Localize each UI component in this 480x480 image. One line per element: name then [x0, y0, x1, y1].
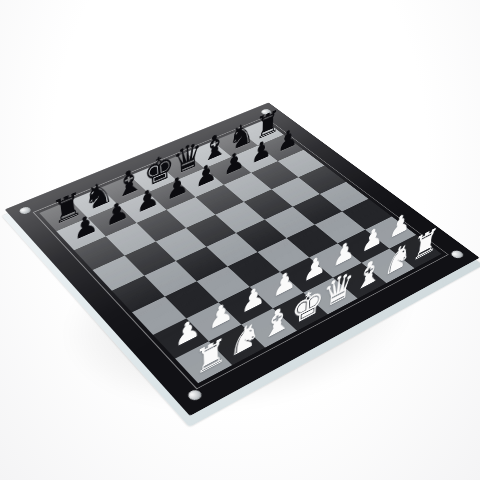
scene-3d: ♜♞♝♛♚♝♞♜♟♟♟♟♟♟♟♟♟♟♟♟♟♟♟♟♜♞♝♛♚♝♞♜	[0, 0, 480, 480]
photo-background: ♜♞♝♛♚♝♞♜♟♟♟♟♟♟♟♟♟♟♟♟♟♟♟♟♜♞♝♛♚♝♞♜	[0, 0, 480, 480]
chess-board: ♜♞♝♛♚♝♞♜♟♟♟♟♟♟♟♟♟♟♟♟♟♟♟♟♜♞♝♛♚♝♞♜	[5, 103, 480, 416]
